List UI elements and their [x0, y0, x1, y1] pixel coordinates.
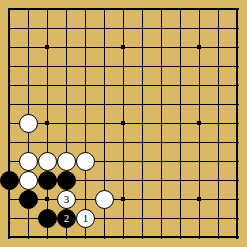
intersection-i3: [152, 190, 171, 209]
intersection-d2: 2: [57, 209, 76, 228]
intersection-h4: [133, 171, 152, 190]
intersection-l4: [209, 171, 228, 190]
intersection-l12: [209, 19, 228, 38]
intersection-k2: [190, 209, 209, 228]
black-stone-c4: [38, 171, 57, 190]
intersection-l11: [209, 38, 228, 57]
intersection-h10: [133, 57, 152, 76]
intersection-e10: [76, 57, 95, 76]
star-point-icon: [121, 197, 125, 201]
intersection-c2: [38, 209, 57, 228]
intersection-i12: [152, 19, 171, 38]
intersection-d3: 3: [57, 190, 76, 209]
move-number-label: 2: [64, 213, 70, 224]
intersection-e1: [76, 228, 95, 247]
star-point-icon: [45, 197, 49, 201]
intersection-f1: [95, 228, 114, 247]
intersection-k5: [190, 152, 209, 171]
intersection-a2: [0, 209, 19, 228]
intersection-k1: [190, 228, 209, 247]
intersection-m8: [228, 95, 247, 114]
move-2-black-stone-d2: 2: [57, 209, 76, 228]
black-stone-d4: [57, 171, 76, 190]
intersection-e11: [76, 38, 95, 57]
intersection-m12: [228, 19, 247, 38]
intersection-f10: [95, 57, 114, 76]
intersection-g2: [114, 209, 133, 228]
intersection-d9: [57, 76, 76, 95]
intersection-d1: [57, 228, 76, 247]
intersection-h5: [133, 152, 152, 171]
intersection-j12: [171, 19, 190, 38]
intersection-f6: [95, 133, 114, 152]
intersection-j8: [171, 95, 190, 114]
intersection-b6: [19, 133, 38, 152]
intersection-h12: [133, 19, 152, 38]
intersection-m3: [228, 190, 247, 209]
intersection-g6: [114, 133, 133, 152]
star-point-icon: [197, 197, 201, 201]
white-stone-d5: [57, 152, 76, 171]
white-stone-b4: [19, 171, 38, 190]
white-stone-b5: [19, 152, 38, 171]
intersection-f8: [95, 95, 114, 114]
black-stone-b3: [19, 190, 38, 209]
intersection-b4: [19, 171, 38, 190]
white-stone-b7: [19, 114, 38, 133]
intersection-m7: [228, 114, 247, 133]
intersection-l7: [209, 114, 228, 133]
intersection-h7: [133, 114, 152, 133]
intersection-m10: [228, 57, 247, 76]
intersection-b9: [19, 76, 38, 95]
intersection-h9: [133, 76, 152, 95]
intersection-g13: [114, 0, 133, 19]
intersection-g3: [114, 190, 133, 209]
intersection-j7: [171, 114, 190, 133]
intersection-d7: [57, 114, 76, 133]
intersection-h13: [133, 0, 152, 19]
intersection-a13: [0, 0, 19, 19]
intersection-m4: [228, 171, 247, 190]
intersection-k9: [190, 76, 209, 95]
white-stone-e5: [76, 152, 95, 171]
intersection-c5: [38, 152, 57, 171]
intersection-l9: [209, 76, 228, 95]
intersection-k12: [190, 19, 209, 38]
intersection-h1: [133, 228, 152, 247]
intersection-m11: [228, 38, 247, 57]
intersection-a8: [0, 95, 19, 114]
star-point-icon: [45, 45, 49, 49]
intersection-j13: [171, 0, 190, 19]
intersection-k6: [190, 133, 209, 152]
intersection-d12: [57, 19, 76, 38]
intersection-e4: [76, 171, 95, 190]
intersection-i1: [152, 228, 171, 247]
move-1-white-stone-e2: 1: [76, 209, 95, 228]
intersection-j9: [171, 76, 190, 95]
intersection-h2: [133, 209, 152, 228]
intersection-c11: [38, 38, 57, 57]
intersection-g12: [114, 19, 133, 38]
intersection-d13: [57, 0, 76, 19]
go-board-grid: 321: [0, 0, 247, 247]
intersection-b11: [19, 38, 38, 57]
intersection-b3: [19, 190, 38, 209]
intersection-l10: [209, 57, 228, 76]
intersection-f12: [95, 19, 114, 38]
intersection-f7: [95, 114, 114, 133]
intersection-h8: [133, 95, 152, 114]
intersection-i8: [152, 95, 171, 114]
intersection-a10: [0, 57, 19, 76]
intersection-m2: [228, 209, 247, 228]
intersection-e9: [76, 76, 95, 95]
intersection-a11: [0, 38, 19, 57]
move-number-label: 3: [64, 194, 70, 205]
star-point-icon: [197, 45, 201, 49]
intersection-b8: [19, 95, 38, 114]
intersection-e5: [76, 152, 95, 171]
intersection-k11: [190, 38, 209, 57]
intersection-d11: [57, 38, 76, 57]
intersection-j6: [171, 133, 190, 152]
intersection-m5: [228, 152, 247, 171]
intersection-k3: [190, 190, 209, 209]
intersection-h6: [133, 133, 152, 152]
intersection-c1: [38, 228, 57, 247]
intersection-c12: [38, 19, 57, 38]
intersection-j1: [171, 228, 190, 247]
intersection-b5: [19, 152, 38, 171]
intersection-d10: [57, 57, 76, 76]
intersection-c9: [38, 76, 57, 95]
intersection-l2: [209, 209, 228, 228]
intersection-c7: [38, 114, 57, 133]
intersection-j3: [171, 190, 190, 209]
intersection-i11: [152, 38, 171, 57]
intersection-a6: [0, 133, 19, 152]
white-stone-f3: [95, 190, 114, 209]
intersection-e12: [76, 19, 95, 38]
intersection-e3: [76, 190, 95, 209]
intersection-g4: [114, 171, 133, 190]
intersection-h3: [133, 190, 152, 209]
intersection-e13: [76, 0, 95, 19]
intersection-l3: [209, 190, 228, 209]
intersection-d8: [57, 95, 76, 114]
intersection-f5: [95, 152, 114, 171]
intersection-k7: [190, 114, 209, 133]
move-number-label: 1: [83, 213, 89, 224]
intersection-b10: [19, 57, 38, 76]
white-stone-c5: [38, 152, 57, 171]
intersection-m9: [228, 76, 247, 95]
intersection-f4: [95, 171, 114, 190]
intersection-a1: [0, 228, 19, 247]
intersection-i6: [152, 133, 171, 152]
intersection-i10: [152, 57, 171, 76]
intersection-e8: [76, 95, 95, 114]
intersection-i7: [152, 114, 171, 133]
intersection-i5: [152, 152, 171, 171]
intersection-i9: [152, 76, 171, 95]
star-point-icon: [197, 121, 201, 125]
intersection-b12: [19, 19, 38, 38]
intersection-a4: [0, 171, 19, 190]
intersection-g1: [114, 228, 133, 247]
intersection-c3: [38, 190, 57, 209]
intersection-l13: [209, 0, 228, 19]
intersection-f2: [95, 209, 114, 228]
intersection-c6: [38, 133, 57, 152]
intersection-j2: [171, 209, 190, 228]
intersection-d6: [57, 133, 76, 152]
intersection-a5: [0, 152, 19, 171]
intersection-j5: [171, 152, 190, 171]
intersection-k4: [190, 171, 209, 190]
intersection-f9: [95, 76, 114, 95]
intersection-h11: [133, 38, 152, 57]
intersection-j4: [171, 171, 190, 190]
move-3-white-stone-d3: 3: [57, 190, 76, 209]
intersection-m6: [228, 133, 247, 152]
intersection-g8: [114, 95, 133, 114]
intersection-j10: [171, 57, 190, 76]
intersection-b1: [19, 228, 38, 247]
intersection-e2: 1: [76, 209, 95, 228]
intersection-g9: [114, 76, 133, 95]
intersection-i4: [152, 171, 171, 190]
intersection-l6: [209, 133, 228, 152]
intersection-g5: [114, 152, 133, 171]
intersection-j11: [171, 38, 190, 57]
intersection-a9: [0, 76, 19, 95]
black-stone-c2: [38, 209, 57, 228]
intersection-f11: [95, 38, 114, 57]
intersection-l8: [209, 95, 228, 114]
intersection-c13: [38, 0, 57, 19]
star-point-icon: [45, 121, 49, 125]
intersection-f3: [95, 190, 114, 209]
intersection-c8: [38, 95, 57, 114]
black-stone-a4: [0, 171, 19, 190]
intersection-d4: [57, 171, 76, 190]
intersection-k13: [190, 0, 209, 19]
star-point-icon: [121, 121, 125, 125]
intersection-l1: [209, 228, 228, 247]
star-point-icon: [121, 45, 125, 49]
intersection-m13: [228, 0, 247, 19]
intersection-i2: [152, 209, 171, 228]
intersection-b13: [19, 0, 38, 19]
intersection-a12: [0, 19, 19, 38]
intersection-k10: [190, 57, 209, 76]
intersection-d5: [57, 152, 76, 171]
intersection-i13: [152, 0, 171, 19]
intersection-a3: [0, 190, 19, 209]
intersection-f13: [95, 0, 114, 19]
intersection-g7: [114, 114, 133, 133]
intersection-b7: [19, 114, 38, 133]
intersection-c4: [38, 171, 57, 190]
intersection-k8: [190, 95, 209, 114]
intersection-g11: [114, 38, 133, 57]
intersection-m1: [228, 228, 247, 247]
intersection-e6: [76, 133, 95, 152]
intersection-e7: [76, 114, 95, 133]
intersection-a7: [0, 114, 19, 133]
intersection-b2: [19, 209, 38, 228]
intersection-l5: [209, 152, 228, 171]
intersection-g10: [114, 57, 133, 76]
intersection-c10: [38, 57, 57, 76]
go-board-diagram: 321: [0, 0, 247, 247]
